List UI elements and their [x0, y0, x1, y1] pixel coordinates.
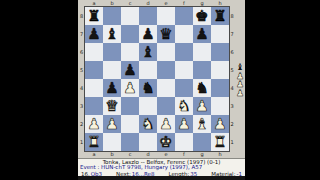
square-f8[interactable]	[175, 7, 193, 25]
square-g7[interactable]: ♟	[193, 25, 211, 43]
square-f1[interactable]	[175, 133, 193, 151]
black-knight: ♞	[193, 79, 211, 97]
file-labels-bottom: abcdefgh	[85, 151, 229, 158]
square-a8[interactable]: ♜	[85, 7, 103, 25]
rank-label-1: 1	[229, 133, 235, 151]
file-label-d: d	[139, 0, 157, 7]
square-b3[interactable]: ♛	[103, 97, 121, 115]
rank-label-6: 6	[229, 43, 235, 61]
file-label-b: b	[103, 0, 121, 7]
file-label-e: e	[157, 151, 175, 158]
square-e3[interactable]	[157, 97, 175, 115]
rank-label-5: 5	[78, 61, 85, 79]
square-d2[interactable]: ♞	[139, 115, 157, 133]
square-b6[interactable]	[103, 43, 121, 61]
rank-label-3: 3	[229, 97, 235, 115]
material-balance-strip: ♝♟♟♟	[235, 63, 245, 97]
white-pawn-icon: ♟	[236, 89, 244, 98]
rank-label-4: 4	[78, 79, 85, 97]
square-c7[interactable]	[121, 25, 139, 43]
square-b4[interactable]: ♟	[103, 79, 121, 97]
square-b5[interactable]	[103, 61, 121, 79]
square-b7[interactable]: ♝	[103, 25, 121, 43]
black-pawn: ♟	[103, 79, 121, 97]
square-c6[interactable]	[121, 43, 139, 61]
square-b1[interactable]	[103, 133, 121, 151]
rank-label-2: 2	[78, 115, 85, 133]
square-d6[interactable]: ♝	[139, 43, 157, 61]
letterbox-right	[245, 0, 320, 180]
square-g3[interactable]: ♟	[193, 97, 211, 115]
square-d3[interactable]	[139, 97, 157, 115]
square-a6[interactable]	[85, 43, 103, 61]
file-label-g: g	[193, 151, 211, 158]
black-rook: ♜	[85, 7, 103, 25]
file-label-h: h	[211, 0, 229, 7]
white-queen: ♛	[103, 97, 121, 115]
square-f3[interactable]: ♞	[175, 97, 193, 115]
square-e8[interactable]	[157, 7, 175, 25]
white-knight: ♞	[139, 115, 157, 133]
square-e6[interactable]	[157, 43, 175, 61]
square-c5[interactable]: ♟	[121, 61, 139, 79]
file-label-f: f	[175, 0, 193, 7]
square-e2[interactable]: ♟	[157, 115, 175, 133]
square-h7[interactable]	[211, 25, 229, 43]
square-e5[interactable]	[157, 61, 175, 79]
file-label-b: b	[103, 151, 121, 158]
white-pawn: ♟	[175, 115, 193, 133]
white-pawn: ♟	[211, 115, 229, 133]
square-d1[interactable]	[139, 133, 157, 151]
letterbox-left	[0, 0, 78, 180]
square-f7[interactable]	[175, 25, 193, 43]
square-a1[interactable]: ♜	[85, 133, 103, 151]
square-a7[interactable]: ♟	[85, 25, 103, 43]
chess-board: ♜♚♜♟♝♟♛♟♝♟♟♟♞♞♛♞♟♟♟♞♟♟♝♟♜♚♜	[85, 7, 229, 151]
video-frame: abcdefgh 87654321 87654321 ♜♚♜♟♝♟♛♟♝♟♟♟♞…	[0, 0, 320, 180]
file-label-c: c	[121, 0, 139, 7]
black-pawn: ♟	[139, 25, 157, 43]
rank-labels-left: 87654321	[78, 7, 85, 151]
square-h6[interactable]	[211, 43, 229, 61]
square-c2[interactable]	[121, 115, 139, 133]
white-knight: ♞	[175, 97, 193, 115]
black-pawn: ♟	[85, 25, 103, 43]
square-g4[interactable]: ♞	[193, 79, 211, 97]
file-label-e: e	[157, 0, 175, 7]
black-pawn: ♟	[193, 25, 211, 43]
white-rook: ♜	[211, 133, 229, 151]
square-g8[interactable]: ♚	[193, 7, 211, 25]
game-info-panel: Tonka, Laszlo -- Belfox, Ferenc (1997) (…	[78, 158, 245, 176]
black-rook: ♜	[211, 7, 229, 25]
rank-label-8: 8	[229, 7, 235, 25]
white-pawn: ♟	[121, 79, 139, 97]
square-d8[interactable]	[139, 7, 157, 25]
square-h3[interactable]	[211, 97, 229, 115]
square-g2[interactable]: ♝	[193, 115, 211, 133]
rank-label-2: 2	[229, 115, 235, 133]
black-bishop: ♝	[103, 25, 121, 43]
square-h5[interactable]	[211, 61, 229, 79]
square-g5[interactable]	[193, 61, 211, 79]
square-e7[interactable]: ♛	[157, 25, 175, 43]
square-d5[interactable]	[139, 61, 157, 79]
file-label-a: a	[85, 0, 103, 7]
rank-label-1: 1	[78, 133, 85, 151]
square-d4[interactable]: ♞	[139, 79, 157, 97]
square-a4[interactable]	[85, 79, 103, 97]
square-h4[interactable]	[211, 79, 229, 97]
file-label-g: g	[193, 0, 211, 7]
rank-label-8: 8	[78, 7, 85, 25]
file-label-h: h	[211, 151, 229, 158]
rank-label-7: 7	[229, 25, 235, 43]
square-b8[interactable]	[103, 7, 121, 25]
square-c1[interactable]	[121, 133, 139, 151]
file-label-d: d	[139, 151, 157, 158]
rank-label-7: 7	[78, 25, 85, 43]
black-queen: ♛	[157, 25, 175, 43]
square-g1[interactable]	[193, 133, 211, 151]
bottom-edge-strip	[78, 176, 245, 180]
black-bishop: ♝	[139, 43, 157, 61]
square-a5[interactable]	[85, 61, 103, 79]
file-label-a: a	[85, 151, 103, 158]
square-a3[interactable]	[85, 97, 103, 115]
square-c3[interactable]	[121, 97, 139, 115]
rank-label-6: 6	[78, 43, 85, 61]
rank-label-3: 3	[78, 97, 85, 115]
square-a2[interactable]: ♟	[85, 115, 103, 133]
file-labels-top: abcdefgh	[85, 0, 229, 7]
square-e4[interactable]	[157, 79, 175, 97]
square-f2[interactable]: ♟	[175, 115, 193, 133]
square-g6[interactable]	[193, 43, 211, 61]
white-rook: ♜	[85, 133, 103, 151]
black-pawn: ♟	[121, 61, 139, 79]
square-d7[interactable]: ♟	[139, 25, 157, 43]
file-label-f: f	[175, 151, 193, 158]
square-h1[interactable]: ♜	[211, 133, 229, 151]
black-knight: ♞	[139, 79, 157, 97]
file-label-c: c	[121, 151, 139, 158]
chess-app-panel: abcdefgh 87654321 87654321 ♜♚♜♟♝♟♛♟♝♟♟♟♞…	[78, 0, 245, 180]
square-e1[interactable]: ♚	[157, 133, 175, 151]
square-f6[interactable]	[175, 43, 193, 61]
white-pawn: ♟	[85, 115, 103, 133]
square-b2[interactable]: ♟	[103, 115, 121, 133]
square-c4[interactable]: ♟	[121, 79, 139, 97]
white-pawn: ♟	[103, 115, 121, 133]
square-h2[interactable]: ♟	[211, 115, 229, 133]
white-bishop: ♝	[193, 115, 211, 133]
white-pawn: ♟	[193, 97, 211, 115]
black-king: ♚	[193, 7, 211, 25]
square-h8[interactable]: ♜	[211, 7, 229, 25]
square-f4[interactable]	[175, 79, 193, 97]
square-f5[interactable]	[175, 61, 193, 79]
square-c8[interactable]	[121, 7, 139, 25]
white-king: ♚	[157, 133, 175, 151]
white-pawn: ♟	[157, 115, 175, 133]
